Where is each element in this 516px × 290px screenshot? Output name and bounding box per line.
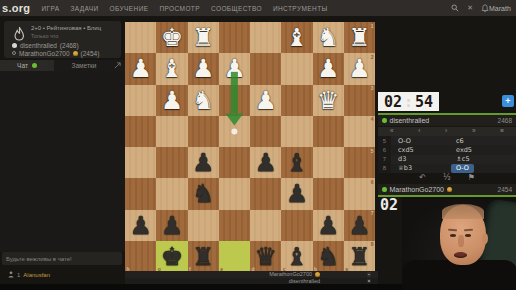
square-a5[interactable]: 5 xyxy=(344,147,375,178)
square-g7[interactable]: ♟ xyxy=(156,210,187,241)
meta-player-row[interactable]: disenthralled(2468) xyxy=(12,41,120,49)
square-f1[interactable]: ♜ xyxy=(188,22,219,53)
game-time-ago: Только что xyxy=(31,33,58,39)
square-e7[interactable] xyxy=(219,210,250,241)
search-icon[interactable] xyxy=(451,4,459,12)
move-number: 7 xyxy=(378,155,391,164)
square-f4[interactable] xyxy=(188,116,219,147)
square-d3[interactable]: ♟ xyxy=(250,85,281,116)
square-c6[interactable]: ♟ xyxy=(281,178,312,209)
black-pawn-piece: ♟ xyxy=(188,147,219,178)
game-info-card: 2+0 • Рейтинговая • Блиц Только что dise… xyxy=(4,21,121,58)
square-a2[interactable]: ♟2 xyxy=(344,53,375,84)
streamer-ear xyxy=(482,233,488,244)
white-rook-piece: ♜ xyxy=(188,22,219,53)
window-bottom-edge xyxy=(0,284,402,290)
chat-tab-bar: Чат Заметки xyxy=(0,60,125,71)
footer-player-name: MarathonGo2700 xyxy=(269,271,312,277)
square-d2[interactable] xyxy=(250,53,281,84)
white-clock-minutes: 02 xyxy=(384,93,402,111)
footer-row-menu-button[interactable] xyxy=(367,279,372,284)
white-clock: 02 : 54 xyxy=(378,92,439,111)
black-pawn-piece: ♟ xyxy=(156,210,187,241)
square-e8[interactable]: e xyxy=(219,241,250,272)
square-h4[interactable] xyxy=(125,116,156,147)
square-c8[interactable]: ♝c xyxy=(281,241,312,272)
square-e4[interactable] xyxy=(219,116,250,147)
move-number: 5 xyxy=(378,136,391,145)
black-bishop-piece: ♝ xyxy=(281,241,312,272)
meta-player-row[interactable]: MarathonGo2700(2454) xyxy=(12,49,120,57)
square-d1[interactable] xyxy=(250,22,281,53)
board-footer: MarathonGo2700disenthralled xyxy=(125,271,378,284)
chess-board[interactable]: ♚♜♝♞♜1♟♝♟♟♟♟2♟♞♟♛34♟♟♝5♞♟6♟♟♟♟7h♚g♜fe♛d♝… xyxy=(125,22,375,272)
black-knight-piece: ♞ xyxy=(188,178,219,209)
white-player-name[interactable]: disenthralled xyxy=(390,117,430,124)
meta-player-name: disenthralled xyxy=(20,42,57,49)
square-b5[interactable] xyxy=(313,147,344,178)
square-g3[interactable]: ♟ xyxy=(156,85,187,116)
board-menu-icon[interactable]: ≡ xyxy=(500,128,504,135)
top-navbar: s.org ИГРАЗАДАЧИОБУЧЕНИЕПРОСМОТРСООБЩЕСТ… xyxy=(0,0,516,16)
square-g6[interactable] xyxy=(156,178,187,209)
streamer-hair xyxy=(442,204,484,219)
move-number: 6 xyxy=(378,145,391,154)
white-pawn-piece: ♟ xyxy=(125,53,156,84)
black-pawn-piece: ♟ xyxy=(281,178,312,209)
square-b3[interactable]: ♛ xyxy=(313,85,344,116)
square-h5[interactable] xyxy=(125,147,156,178)
first-move-button[interactable]: « xyxy=(390,128,394,135)
takeback-button[interactable]: ↶ xyxy=(419,174,426,182)
square-d6[interactable] xyxy=(250,178,281,209)
square-b1[interactable]: ♞ xyxy=(313,22,344,53)
meta-player-rating: (2468) xyxy=(60,42,79,49)
square-g4[interactable] xyxy=(156,116,187,147)
resign-flag-button[interactable]: ⚑ xyxy=(468,174,475,182)
streamer-eye xyxy=(465,234,471,237)
white-bishop-piece: ♝ xyxy=(281,22,312,53)
white-knight-piece: ♞ xyxy=(188,85,219,116)
site-logo[interactable]: s.org xyxy=(2,2,30,14)
prev-move-button[interactable]: ‹ xyxy=(418,128,420,135)
square-e6[interactable] xyxy=(219,178,250,209)
give-more-time-button[interactable]: + xyxy=(502,95,514,107)
square-c5[interactable]: ♝ xyxy=(281,147,312,178)
white-queen-piece: ♛ xyxy=(313,85,344,116)
square-e2[interactable]: ♟ xyxy=(219,53,250,84)
square-c4[interactable] xyxy=(281,116,312,147)
last-move-button[interactable]: » xyxy=(472,128,476,135)
rank-coordinate: 3 xyxy=(371,85,374,91)
menu-item-обучение[interactable]: ОБУЧЕНИЕ xyxy=(110,5,149,12)
spectator-count: 1 xyxy=(17,272,20,278)
chat-resize-icon[interactable] xyxy=(114,62,121,69)
chat-messages-area xyxy=(0,71,125,252)
square-h1[interactable] xyxy=(125,22,156,53)
main-menu: ИГРАЗАДАЧИОБУЧЕНИЕПРОСМОТРСООБЩЕСТВОИНСТ… xyxy=(41,5,327,12)
black-player-rating: 2454 xyxy=(498,186,512,193)
square-g1[interactable]: ♚ xyxy=(156,22,187,53)
black-pawn-piece: ♟ xyxy=(250,147,281,178)
meta-player-name: MarathonGo2700 xyxy=(19,50,70,57)
square-b6[interactable] xyxy=(313,178,344,209)
footer-player-name: disenthralled xyxy=(289,278,320,284)
move-list: 5O-Oc66cxd5exd57d3♗c58♕b3O-O xyxy=(378,136,516,173)
white-player-strip: disenthralled 2468 xyxy=(378,113,516,126)
square-d5[interactable]: ♟ xyxy=(250,147,281,178)
game-type-label: 2+0 • Рейтинговая • Блиц xyxy=(31,25,101,31)
white-pawn-piece: ♟ xyxy=(313,53,344,84)
footer-row-menu-button[interactable] xyxy=(367,272,372,277)
black-queen-piece: ♛ xyxy=(250,241,281,272)
black-knight-piece: ♞ xyxy=(313,241,344,272)
square-c2[interactable] xyxy=(281,53,312,84)
game-action-bar: ↶ ½ ⚑ xyxy=(378,172,516,184)
online-dot xyxy=(382,187,387,192)
tab-notes[interactable]: Заметки xyxy=(54,62,114,69)
square-a6[interactable]: 6 xyxy=(344,178,375,209)
square-a7[interactable]: ♟7 xyxy=(344,210,375,241)
square-c1[interactable]: ♝ xyxy=(281,22,312,53)
square-d8[interactable]: ♛d xyxy=(250,241,281,272)
square-f6[interactable]: ♞ xyxy=(188,178,219,209)
notifications-bell-icon[interactable] xyxy=(481,4,489,13)
white-clock-colon: : xyxy=(404,93,413,111)
white-bishop-piece: ♝ xyxy=(156,53,187,84)
next-move-button[interactable]: › xyxy=(445,128,447,135)
white-pawn-piece: ♟ xyxy=(188,53,219,84)
square-g2[interactable]: ♝ xyxy=(156,53,187,84)
rank-coordinate: 5 xyxy=(371,148,374,154)
square-h6[interactable] xyxy=(125,178,156,209)
square-e5[interactable] xyxy=(219,147,250,178)
square-a4[interactable]: 4 xyxy=(344,116,375,147)
streamer-mouth xyxy=(454,252,467,258)
square-a3[interactable]: 3 xyxy=(344,85,375,116)
black-clock-minutes: 02 xyxy=(380,196,398,214)
move-row: 6cxd5exd5 xyxy=(378,145,516,154)
menu-item-задачи[interactable]: ЗАДАЧИ xyxy=(70,5,98,12)
rank-coordinate: 1 xyxy=(371,23,374,29)
white-move[interactable]: d3 xyxy=(391,155,449,163)
player-flair-icon xyxy=(73,51,78,56)
white-clock-seconds: 54 xyxy=(415,93,433,111)
white-pawn-piece: ♟ xyxy=(219,53,250,84)
meta-player-rating: (2454) xyxy=(81,50,100,57)
white-move[interactable]: O-O xyxy=(391,137,449,145)
white-pawn-piece: ♟ xyxy=(250,85,281,116)
square-g8[interactable]: ♚g xyxy=(156,241,187,272)
white-knight-piece: ♞ xyxy=(313,22,344,53)
player-flair-icon xyxy=(315,272,320,277)
square-b2[interactable]: ♟ xyxy=(313,53,344,84)
menu-item-игра[interactable]: ИГРА xyxy=(41,5,59,12)
black-move[interactable]: exd5 xyxy=(449,146,516,154)
streamer-nose xyxy=(458,235,464,247)
black-rook-piece: ♜ xyxy=(188,241,219,272)
square-h2[interactable]: ♟ xyxy=(125,53,156,84)
spectator-box: 1 Alanusfan xyxy=(8,270,50,279)
square-h8[interactable]: h xyxy=(125,241,156,272)
black-move[interactable]: c6 xyxy=(449,137,516,145)
move-nav-bar: « ‹ › » ≡ xyxy=(378,127,516,136)
black-pawn-piece: ♟ xyxy=(313,210,344,241)
white-king-piece: ♚ xyxy=(156,22,187,53)
white-pawn-piece: ♟ xyxy=(156,85,187,116)
spectator-person-icon xyxy=(8,271,14,278)
black-pawn-piece: ♟ xyxy=(125,210,156,241)
square-f2[interactable]: ♟ xyxy=(188,53,219,84)
rank-coordinate: 6 xyxy=(371,179,374,185)
logged-in-username[interactable]: Marath xyxy=(489,0,516,16)
black-move[interactable]: ♗c5 xyxy=(449,155,516,163)
square-f5[interactable]: ♟ xyxy=(188,147,219,178)
tab-chat[interactable]: Чат xyxy=(0,60,54,71)
square-g5[interactable] xyxy=(156,147,187,178)
menu-item-просмотр[interactable]: ПРОСМОТР xyxy=(159,5,200,12)
white-piece-disc-icon xyxy=(12,43,17,48)
square-b8[interactable]: ♞b xyxy=(313,241,344,272)
rank-coordinate: 7 xyxy=(371,210,374,216)
black-piece-disc-icon xyxy=(12,51,16,55)
spectator-name[interactable]: Alanusfan xyxy=(23,272,50,278)
square-h7[interactable]: ♟ xyxy=(125,210,156,241)
black-bishop-piece: ♝ xyxy=(281,147,312,178)
white-player-rating: 2468 xyxy=(498,117,512,124)
menu-item-сообщество[interactable]: СООБЩЕСТВО xyxy=(211,5,262,12)
move-row: 7d3♗c5 xyxy=(378,155,516,164)
streamer-eye xyxy=(450,234,456,237)
black-player-name[interactable]: MarathonGo2700 xyxy=(390,186,444,193)
move-row: 5O-Oc6 xyxy=(378,136,516,145)
square-d4[interactable] xyxy=(250,116,281,147)
square-b7[interactable]: ♟ xyxy=(313,210,344,241)
stream-frame: s.org ИГРАЗАДАЧИОБУЧЕНИЕПРОСМОТРСООБЩЕСТ… xyxy=(0,0,516,290)
chat-input-placeholder: Будьте вежливы в чате! xyxy=(6,256,72,262)
rank-coordinate: 8 xyxy=(371,241,374,247)
online-dot xyxy=(382,118,387,123)
player-flair-icon xyxy=(447,187,452,192)
square-d7[interactable] xyxy=(250,210,281,241)
chat-presence-dot xyxy=(32,63,37,68)
square-f7[interactable] xyxy=(188,210,219,241)
square-c3[interactable] xyxy=(281,85,312,116)
streamer-webcam xyxy=(402,197,516,290)
chat-input[interactable]: Будьте вежливы в чате! xyxy=(2,252,122,265)
tab-chat-label: Чат xyxy=(17,62,28,69)
challenges-icon[interactable]: ✕ xyxy=(467,4,473,12)
menu-item-инструменты[interactable]: ИНСТРУМЕНТЫ xyxy=(273,5,328,12)
players-list: disenthralled(2468)MarathonGo2700(2454) xyxy=(12,41,120,57)
rank-coordinate: 4 xyxy=(371,116,374,122)
square-e3[interactable] xyxy=(219,85,250,116)
black-king-piece: ♚ xyxy=(156,241,187,272)
square-a8[interactable]: ♜a8 xyxy=(344,241,375,272)
draw-offer-button[interactable]: ½ xyxy=(443,174,451,182)
square-f8[interactable]: ♜f xyxy=(188,241,219,272)
square-e1[interactable] xyxy=(219,22,250,53)
square-c7[interactable] xyxy=(281,210,312,241)
square-a1[interactable]: ♜1 xyxy=(344,22,375,53)
rank-coordinate: 2 xyxy=(371,54,374,60)
square-b4[interactable] xyxy=(313,116,344,147)
square-f3[interactable]: ♞ xyxy=(188,85,219,116)
white-move[interactable]: cxd5 xyxy=(391,146,449,154)
square-h3[interactable] xyxy=(125,85,156,116)
